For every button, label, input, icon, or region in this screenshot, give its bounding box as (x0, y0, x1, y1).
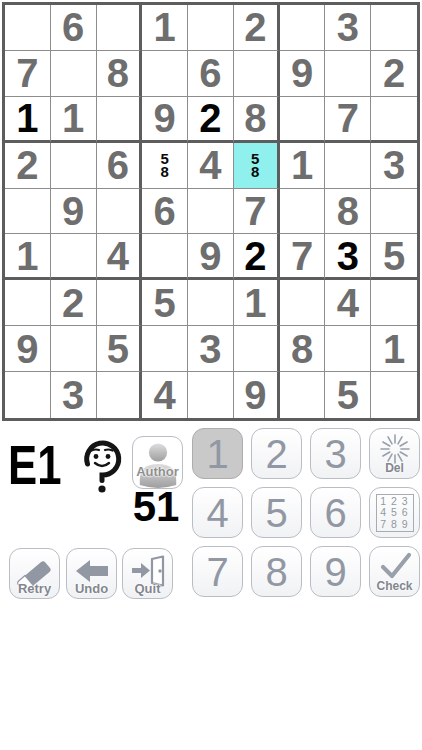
cell-r5c1[interactable] (5, 189, 51, 235)
cell-r6c6[interactable]: 2 (234, 234, 280, 280)
sudoku-board: 6123786921192872658458139678149273525149… (2, 2, 420, 421)
given-digit: 8 (337, 191, 359, 231)
given-digit: 3 (383, 145, 405, 185)
cell-r9c4[interactable]: 4 (142, 372, 188, 418)
cell-r4c6[interactable]: 58 (234, 143, 280, 189)
pencil-marks: 58 (251, 152, 259, 178)
cell-r8c5[interactable]: 3 (188, 326, 234, 372)
given-digit: 3 (199, 329, 221, 369)
given-digit: 4 (154, 375, 176, 415)
entered-digit: 2 (244, 236, 266, 276)
cell-r6c5[interactable]: 9 (188, 234, 234, 280)
given-digit: 9 (244, 375, 266, 415)
given-digit: 2 (16, 145, 38, 185)
given-digit: 2 (383, 53, 405, 93)
cell-r9c5[interactable] (188, 372, 234, 418)
given-digit: 4 (337, 283, 359, 323)
cell-r9c8[interactable]: 5 (325, 372, 371, 418)
given-digit: 4 (199, 145, 221, 185)
cell-r4c5[interactable]: 4 (188, 143, 234, 189)
given-digit: 3 (62, 375, 84, 415)
given-digit: 5 (383, 236, 405, 276)
given-digit: 2 (244, 7, 266, 47)
given-digit: 9 (154, 98, 176, 138)
given-digit: 6 (62, 7, 84, 47)
cell-r9c9[interactable] (371, 372, 417, 418)
cell-r3c7[interactable] (280, 97, 326, 143)
given-digit: 1 (16, 236, 38, 276)
cell-r2c4[interactable] (142, 51, 188, 97)
cell-r3c1[interactable]: 1 (5, 97, 51, 143)
number-pad: 1 2 3 Del 4 5 6 1 2 3 4 5 6 (192, 428, 420, 597)
hint-face-question-icon[interactable] (80, 437, 124, 494)
cell-r6c2[interactable] (51, 234, 97, 280)
cell-r1c2[interactable]: 6 (51, 5, 97, 51)
cell-r5c5[interactable] (188, 189, 234, 235)
cell-r7c1[interactable] (5, 280, 51, 326)
cell-r8c7[interactable]: 8 (280, 326, 326, 372)
pencil-mode-button[interactable]: 1 2 3 4 5 6 7 8 9 (369, 487, 420, 538)
given-digit: 1 (62, 98, 84, 138)
cell-r4c7[interactable]: 1 (280, 143, 326, 189)
undo-label: Undo (67, 581, 116, 596)
cell-r6c8[interactable]: 3 (325, 234, 371, 280)
pencil-marks: 58 (161, 152, 169, 178)
cell-r5c9[interactable] (371, 189, 417, 235)
given-digit: 9 (62, 191, 84, 231)
undo-button[interactable]: Undo (66, 548, 117, 599)
pad-digit-6[interactable]: 6 (310, 487, 361, 538)
given-digit: 1 (154, 7, 176, 47)
cell-r3c5[interactable]: 2 (188, 97, 234, 143)
author-button-label: Author (133, 464, 182, 479)
cell-r1c9[interactable] (371, 5, 417, 51)
given-digit: 7 (337, 98, 359, 138)
remaining-count: 51 (124, 486, 188, 528)
given-digit: 6 (199, 53, 221, 93)
given-digit: 6 (154, 191, 176, 231)
cell-r7c3[interactable] (97, 280, 143, 326)
cell-r7c8[interactable]: 4 (325, 280, 371, 326)
given-digit: 2 (62, 283, 84, 323)
given-digit: 7 (244, 191, 266, 231)
cell-r5c6[interactable]: 7 (234, 189, 280, 235)
cell-r8c4[interactable] (142, 326, 188, 372)
cell-r8c1[interactable]: 9 (5, 326, 51, 372)
cell-r7c5[interactable] (188, 280, 234, 326)
cell-r1c6[interactable]: 2 (234, 5, 280, 51)
delete-button[interactable]: Del (369, 428, 420, 479)
cell-r2c3[interactable]: 8 (97, 51, 143, 97)
cell-r2c9[interactable]: 2 (371, 51, 417, 97)
cell-r6c3[interactable]: 4 (97, 234, 143, 280)
given-digit: 7 (291, 236, 313, 276)
cell-r8c3[interactable]: 5 (97, 326, 143, 372)
quit-label: Quit (123, 581, 172, 596)
retry-label: Retry (10, 581, 59, 596)
cell-r8c8[interactable] (325, 326, 371, 372)
cell-r4c1[interactable]: 2 (5, 143, 51, 189)
given-digit: 1 (383, 329, 405, 369)
cell-r3c4[interactable]: 9 (142, 97, 188, 143)
cell-r6c4[interactable] (142, 234, 188, 280)
level-label: E1 (8, 437, 61, 493)
check-label: Check (370, 579, 419, 593)
cell-r2c5[interactable]: 6 (188, 51, 234, 97)
cell-r5c4[interactable]: 6 (142, 189, 188, 235)
cell-r3c2[interactable]: 1 (51, 97, 97, 143)
given-digit: 8 (291, 329, 313, 369)
starburst-icon (380, 434, 410, 464)
cell-r3c6[interactable]: 8 (234, 97, 280, 143)
cell-r2c8[interactable] (325, 51, 371, 97)
checkmark-icon (378, 552, 412, 580)
cell-r9c1[interactable] (5, 372, 51, 418)
cell-r1c5[interactable] (188, 5, 234, 51)
delete-label: Del (370, 461, 419, 475)
cell-r2c6[interactable] (234, 51, 280, 97)
pad-digit-1[interactable]: 1 (192, 428, 243, 479)
cell-r6c7[interactable]: 7 (280, 234, 326, 280)
cell-r9c3[interactable] (97, 372, 143, 418)
given-digit: 3 (337, 7, 359, 47)
pad-digit-9[interactable]: 9 (310, 546, 361, 597)
cell-r1c3[interactable] (97, 5, 143, 51)
cell-r3c3[interactable] (97, 97, 143, 143)
given-digit: 5 (337, 375, 359, 415)
author-button[interactable]: Author (132, 436, 183, 489)
cell-r7c9[interactable] (371, 280, 417, 326)
given-digit: 8 (244, 98, 266, 138)
given-digit: 9 (291, 53, 313, 93)
cell-r1c1[interactable] (5, 5, 51, 51)
cell-r1c8[interactable]: 3 (325, 5, 371, 51)
cell-r5c7[interactable] (280, 189, 326, 235)
cell-r5c3[interactable] (97, 189, 143, 235)
given-digit: 7 (16, 53, 38, 93)
cell-r9c6[interactable]: 9 (234, 372, 280, 418)
pad-digit-7[interactable]: 7 (192, 546, 243, 597)
entered-digit: 3 (337, 236, 359, 276)
mini-grid-icon: 1 2 3 4 5 6 7 8 9 (376, 494, 414, 532)
cell-r2c1[interactable]: 7 (5, 51, 51, 97)
entered-digit: 2 (199, 98, 221, 138)
cell-r4c4[interactable]: 58 (142, 143, 188, 189)
cell-r3c9[interactable] (371, 97, 417, 143)
pad-digit-2[interactable]: 2 (251, 428, 302, 479)
sudoku-app: 6123786921192872658458139678149273525149… (0, 0, 422, 750)
cell-r8c6[interactable] (234, 326, 280, 372)
pad-digit-3[interactable]: 3 (310, 428, 361, 479)
pad-digit-5[interactable]: 5 (251, 487, 302, 538)
cell-r7c2[interactable]: 2 (51, 280, 97, 326)
cell-r1c7[interactable] (280, 5, 326, 51)
cell-r5c8[interactable]: 8 (325, 189, 371, 235)
given-digit: 4 (107, 236, 129, 276)
cell-r5c2[interactable]: 9 (51, 189, 97, 235)
entered-digit: 1 (16, 98, 38, 138)
cell-r9c2[interactable]: 3 (51, 372, 97, 418)
cell-r8c9[interactable]: 1 (371, 326, 417, 372)
retry-button[interactable]: Retry (9, 548, 60, 599)
given-digit: 5 (154, 283, 176, 323)
cell-r1c4[interactable]: 1 (142, 5, 188, 51)
pad-digit-8[interactable]: 8 (251, 546, 302, 597)
cell-r6c1[interactable]: 1 (5, 234, 51, 280)
given-digit: 9 (16, 329, 38, 369)
cell-r4c8[interactable] (325, 143, 371, 189)
given-digit: 1 (291, 145, 313, 185)
check-button[interactable]: Check (369, 546, 420, 597)
given-digit: 8 (107, 53, 129, 93)
cell-r7c7[interactable] (280, 280, 326, 326)
cell-r8c2[interactable] (51, 326, 97, 372)
cell-r4c2[interactable] (51, 143, 97, 189)
cell-r7c6[interactable]: 1 (234, 280, 280, 326)
pad-digit-4[interactable]: 4 (192, 487, 243, 538)
cell-r4c3[interactable]: 6 (97, 143, 143, 189)
cell-r2c2[interactable] (51, 51, 97, 97)
cell-r2c7[interactable]: 9 (280, 51, 326, 97)
quit-button[interactable]: Quit (122, 548, 173, 599)
cell-r4c9[interactable]: 3 (371, 143, 417, 189)
cell-r9c7[interactable] (280, 372, 326, 418)
given-digit: 6 (107, 145, 129, 185)
cell-r3c8[interactable]: 7 (325, 97, 371, 143)
cell-r6c9[interactable]: 5 (371, 234, 417, 280)
given-digit: 9 (199, 236, 221, 276)
given-digit: 1 (244, 283, 266, 323)
given-digit: 5 (107, 329, 129, 369)
cell-r7c4[interactable]: 5 (142, 280, 188, 326)
